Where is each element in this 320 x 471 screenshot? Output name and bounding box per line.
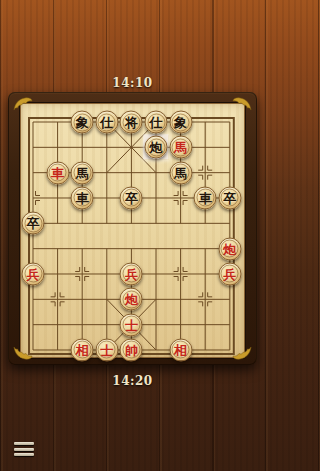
piece-red-cannon[interactable]: 炮 (120, 288, 143, 311)
piece-black-cannon[interactable]: 炮 (145, 136, 168, 159)
piece-black-advisor[interactable]: 仕 (95, 111, 118, 134)
piece-black-soldier[interactable]: 卒 (22, 212, 45, 235)
piece-red-advisor[interactable]: 士 (95, 338, 118, 361)
hamburger-menu-icon (14, 453, 34, 456)
bottom-timer: 14:20 (0, 374, 265, 388)
corner-ornament-icon (13, 96, 33, 112)
corner-ornament-icon (13, 345, 33, 361)
piece-black-soldier[interactable]: 卒 (120, 186, 143, 209)
piece-red-soldier[interactable]: 兵 (22, 262, 45, 285)
piece-black-chariot[interactable]: 車 (194, 186, 217, 209)
piece-black-advisor[interactable]: 仕 (145, 111, 168, 134)
xiangqi-board[interactable]: 象仕将仕象炮馬車馬馬車卒車卒卒炮兵兵兵炮士相士帥相 (33, 122, 230, 350)
piece-red-soldier[interactable]: 兵 (120, 262, 143, 285)
top-timer: 14:10 (0, 76, 265, 90)
piece-red-general[interactable]: 帥 (120, 338, 143, 361)
piece-black-general[interactable]: 将 (120, 111, 143, 134)
corner-ornament-icon (232, 345, 252, 361)
piece-red-advisor[interactable]: 士 (120, 313, 143, 336)
piece-red-elephant[interactable]: 相 (169, 338, 192, 361)
piece-black-horse[interactable]: 馬 (169, 161, 192, 184)
piece-red-horse[interactable]: 馬 (169, 136, 192, 159)
piece-red-elephant[interactable]: 相 (71, 338, 94, 361)
piece-red-soldier[interactable]: 兵 (218, 262, 241, 285)
piece-black-elephant[interactable]: 象 (169, 111, 192, 134)
piece-black-horse[interactable]: 馬 (71, 161, 94, 184)
board-surface: 象仕将仕象炮馬車馬馬車卒車卒卒炮兵兵兵炮士相士帥相 (20, 103, 245, 358)
hamburger-menu-icon (14, 442, 34, 445)
board-frame: 象仕将仕象炮馬車馬馬車卒車卒卒炮兵兵兵炮士相士帥相 (8, 92, 257, 365)
corner-ornament-icon (232, 96, 252, 112)
piece-black-soldier[interactable]: 卒 (218, 186, 241, 209)
piece-red-chariot[interactable]: 車 (46, 161, 69, 184)
piece-red-cannon[interactable]: 炮 (218, 237, 241, 260)
hamburger-menu-icon (14, 448, 34, 451)
piece-black-elephant[interactable]: 象 (71, 111, 94, 134)
piece-black-chariot[interactable]: 車 (71, 186, 94, 209)
menu-button[interactable] (12, 440, 36, 458)
